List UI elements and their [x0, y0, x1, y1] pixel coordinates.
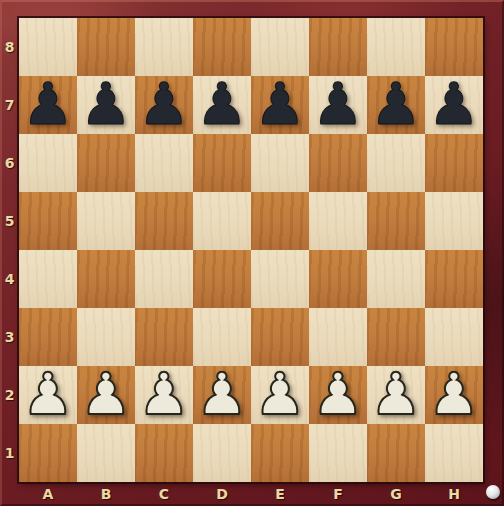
square-g6[interactable] — [367, 134, 425, 192]
chess-board: ♟♟♟♟♟♟♟♟♟♟♟♟♟♟♟♟ — [19, 18, 483, 482]
file-label-e: E — [251, 482, 309, 506]
rank-label-2: 2 — [0, 366, 19, 424]
square-f5[interactable] — [309, 192, 367, 250]
square-e5[interactable] — [251, 192, 309, 250]
rank-label-4: 4 — [0, 250, 19, 308]
side-to-move-indicator — [486, 485, 500, 499]
piece-white-pawn-g2[interactable]: ♟ — [370, 365, 422, 423]
square-e6[interactable] — [251, 134, 309, 192]
square-g3[interactable] — [367, 308, 425, 366]
square-a2[interactable]: ♟ — [19, 366, 77, 424]
square-g5[interactable] — [367, 192, 425, 250]
rank-label-6: 6 — [0, 134, 19, 192]
square-h6[interactable] — [425, 134, 483, 192]
square-d3[interactable] — [193, 308, 251, 366]
square-b7[interactable]: ♟ — [77, 76, 135, 134]
square-d5[interactable] — [193, 192, 251, 250]
file-labels: A B C D E F G H — [19, 482, 483, 506]
square-d8[interactable] — [193, 18, 251, 76]
square-a5[interactable] — [19, 192, 77, 250]
piece-black-pawn-f7[interactable]: ♟ — [312, 75, 364, 133]
square-c8[interactable] — [135, 18, 193, 76]
square-d4[interactable] — [193, 250, 251, 308]
square-d2[interactable]: ♟ — [193, 366, 251, 424]
square-a3[interactable] — [19, 308, 77, 366]
rank-labels: 8 7 6 5 4 3 2 1 — [0, 18, 19, 482]
square-f7[interactable]: ♟ — [309, 76, 367, 134]
square-h4[interactable] — [425, 250, 483, 308]
piece-white-pawn-h2[interactable]: ♟ — [428, 365, 480, 423]
piece-white-pawn-a2[interactable]: ♟ — [22, 365, 74, 423]
square-a6[interactable] — [19, 134, 77, 192]
square-a1[interactable] — [19, 424, 77, 482]
square-h5[interactable] — [425, 192, 483, 250]
square-e2[interactable]: ♟ — [251, 366, 309, 424]
square-h3[interactable] — [425, 308, 483, 366]
piece-black-pawn-h7[interactable]: ♟ — [428, 75, 480, 133]
piece-black-pawn-e7[interactable]: ♟ — [254, 75, 306, 133]
piece-white-pawn-d2[interactable]: ♟ — [196, 365, 248, 423]
square-g7[interactable]: ♟ — [367, 76, 425, 134]
file-label-c: C — [135, 482, 193, 506]
square-a8[interactable] — [19, 18, 77, 76]
file-label-a: A — [19, 482, 77, 506]
rank-label-7: 7 — [0, 76, 19, 134]
piece-white-pawn-f2[interactable]: ♟ — [312, 365, 364, 423]
square-b6[interactable] — [77, 134, 135, 192]
square-b1[interactable] — [77, 424, 135, 482]
square-g4[interactable] — [367, 250, 425, 308]
square-b2[interactable]: ♟ — [77, 366, 135, 424]
square-f3[interactable] — [309, 308, 367, 366]
rank-label-3: 3 — [0, 308, 19, 366]
rank-label-5: 5 — [0, 192, 19, 250]
square-e7[interactable]: ♟ — [251, 76, 309, 134]
square-f8[interactable] — [309, 18, 367, 76]
square-d7[interactable]: ♟ — [193, 76, 251, 134]
square-f6[interactable] — [309, 134, 367, 192]
rank-label-8: 8 — [0, 18, 19, 76]
file-label-f: F — [309, 482, 367, 506]
square-h1[interactable] — [425, 424, 483, 482]
square-h2[interactable]: ♟ — [425, 366, 483, 424]
piece-black-pawn-c7[interactable]: ♟ — [138, 75, 190, 133]
square-d1[interactable] — [193, 424, 251, 482]
square-f2[interactable]: ♟ — [309, 366, 367, 424]
square-e4[interactable] — [251, 250, 309, 308]
rank-label-1: 1 — [0, 424, 19, 482]
square-b3[interactable] — [77, 308, 135, 366]
square-d6[interactable] — [193, 134, 251, 192]
piece-white-pawn-c2[interactable]: ♟ — [138, 365, 190, 423]
square-c3[interactable] — [135, 308, 193, 366]
square-a4[interactable] — [19, 250, 77, 308]
square-f1[interactable] — [309, 424, 367, 482]
square-c4[interactable] — [135, 250, 193, 308]
square-b8[interactable] — [77, 18, 135, 76]
square-f4[interactable] — [309, 250, 367, 308]
square-h7[interactable]: ♟ — [425, 76, 483, 134]
file-label-g: G — [367, 482, 425, 506]
square-c2[interactable]: ♟ — [135, 366, 193, 424]
piece-black-pawn-a7[interactable]: ♟ — [22, 75, 74, 133]
square-c7[interactable]: ♟ — [135, 76, 193, 134]
file-label-b: B — [77, 482, 135, 506]
file-label-h: H — [425, 482, 483, 506]
square-c5[interactable] — [135, 192, 193, 250]
square-h8[interactable] — [425, 18, 483, 76]
square-e3[interactable] — [251, 308, 309, 366]
square-c1[interactable] — [135, 424, 193, 482]
square-e8[interactable] — [251, 18, 309, 76]
square-e1[interactable] — [251, 424, 309, 482]
square-c6[interactable] — [135, 134, 193, 192]
square-g1[interactable] — [367, 424, 425, 482]
file-label-d: D — [193, 482, 251, 506]
piece-black-pawn-g7[interactable]: ♟ — [370, 75, 422, 133]
piece-white-pawn-b2[interactable]: ♟ — [80, 365, 132, 423]
piece-black-pawn-d7[interactable]: ♟ — [196, 75, 248, 133]
square-g2[interactable]: ♟ — [367, 366, 425, 424]
square-b4[interactable] — [77, 250, 135, 308]
square-a7[interactable]: ♟ — [19, 76, 77, 134]
square-b5[interactable] — [77, 192, 135, 250]
piece-black-pawn-b7[interactable]: ♟ — [80, 75, 132, 133]
square-g8[interactable] — [367, 18, 425, 76]
chess-app-window: ♟♟♟♟♟♟♟♟♟♟♟♟♟♟♟♟ 8 7 6 5 4 3 2 1 A B C D… — [0, 0, 504, 506]
piece-white-pawn-e2[interactable]: ♟ — [254, 365, 306, 423]
